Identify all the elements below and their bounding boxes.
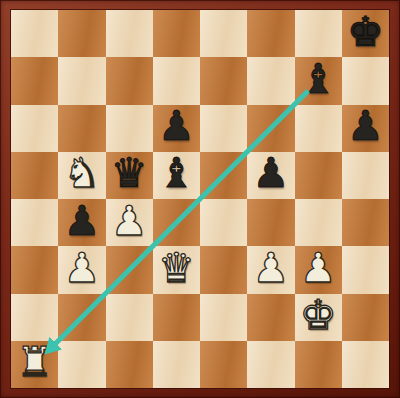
square-b7[interactable] (58, 57, 105, 104)
square-a6[interactable] (11, 105, 58, 152)
square-c7[interactable] (106, 57, 153, 104)
square-d6[interactable]: ♟ (153, 105, 200, 152)
white-pawn-f3[interactable]: ♟ (247, 246, 294, 293)
square-b6[interactable] (58, 105, 105, 152)
square-g2[interactable]: ♚ (295, 294, 342, 341)
square-d8[interactable] (153, 10, 200, 57)
square-f7[interactable] (247, 57, 294, 104)
square-c1[interactable] (106, 341, 153, 388)
black-pawn-b4[interactable]: ♟ (58, 199, 105, 246)
square-h3[interactable] (342, 246, 389, 293)
square-d1[interactable] (153, 341, 200, 388)
square-c5[interactable]: ♛ (106, 152, 153, 199)
black-queen-c5[interactable]: ♛ (106, 152, 153, 199)
square-h1[interactable] (342, 341, 389, 388)
square-g7[interactable]: ♝ (295, 57, 342, 104)
white-pawn-b3[interactable]: ♟ (58, 246, 105, 293)
chess-app: ♚♝♟♟♞♛♝♟♟♟♟♛♟♟♚♜ (0, 0, 400, 398)
square-d4[interactable] (153, 199, 200, 246)
square-d2[interactable] (153, 294, 200, 341)
white-queen-d3[interactable]: ♛ (153, 246, 200, 293)
square-e5[interactable] (200, 152, 247, 199)
square-g8[interactable] (295, 10, 342, 57)
square-h7[interactable] (342, 57, 389, 104)
white-rook-a1[interactable]: ♜ (11, 341, 58, 388)
square-c6[interactable] (106, 105, 153, 152)
square-b4[interactable]: ♟ (58, 199, 105, 246)
square-f3[interactable]: ♟ (247, 246, 294, 293)
square-f6[interactable] (247, 105, 294, 152)
square-g4[interactable] (295, 199, 342, 246)
square-f1[interactable] (247, 341, 294, 388)
square-d7[interactable] (153, 57, 200, 104)
square-c8[interactable] (106, 10, 153, 57)
square-a2[interactable] (11, 294, 58, 341)
square-h6[interactable]: ♟ (342, 105, 389, 152)
square-c3[interactable] (106, 246, 153, 293)
square-c4[interactable]: ♟ (106, 199, 153, 246)
white-king-g2[interactable]: ♚ (295, 294, 342, 341)
square-g1[interactable] (295, 341, 342, 388)
square-e7[interactable] (200, 57, 247, 104)
square-e6[interactable] (200, 105, 247, 152)
square-f4[interactable] (247, 199, 294, 246)
black-king-h8[interactable]: ♚ (342, 10, 389, 57)
square-b8[interactable] (58, 10, 105, 57)
chess-board[interactable]: ♚♝♟♟♞♛♝♟♟♟♟♛♟♟♚♜ (11, 10, 389, 388)
square-f2[interactable] (247, 294, 294, 341)
square-e4[interactable] (200, 199, 247, 246)
square-g3[interactable]: ♟ (295, 246, 342, 293)
square-a5[interactable] (11, 152, 58, 199)
white-pawn-g3[interactable]: ♟ (295, 246, 342, 293)
square-e3[interactable] (200, 246, 247, 293)
black-pawn-d6[interactable]: ♟ (153, 105, 200, 152)
square-a1[interactable]: ♜ (11, 341, 58, 388)
square-d5[interactable]: ♝ (153, 152, 200, 199)
square-a7[interactable] (11, 57, 58, 104)
square-c2[interactable] (106, 294, 153, 341)
black-bishop-d5[interactable]: ♝ (153, 152, 200, 199)
square-d3[interactable]: ♛ (153, 246, 200, 293)
square-a3[interactable] (11, 246, 58, 293)
square-b5[interactable]: ♞ (58, 152, 105, 199)
square-e1[interactable] (200, 341, 247, 388)
square-e8[interactable] (200, 10, 247, 57)
square-b1[interactable] (58, 341, 105, 388)
square-b2[interactable] (58, 294, 105, 341)
square-f8[interactable] (247, 10, 294, 57)
black-pawn-h6[interactable]: ♟ (342, 105, 389, 152)
square-g6[interactable] (295, 105, 342, 152)
square-h2[interactable] (342, 294, 389, 341)
black-pawn-f5[interactable]: ♟ (247, 152, 294, 199)
square-h5[interactable] (342, 152, 389, 199)
white-knight-b5[interactable]: ♞ (58, 152, 105, 199)
square-a4[interactable] (11, 199, 58, 246)
black-bishop-g7[interactable]: ♝ (295, 57, 342, 104)
square-f5[interactable]: ♟ (247, 152, 294, 199)
white-pawn-c4[interactable]: ♟ (106, 199, 153, 246)
square-g5[interactable] (295, 152, 342, 199)
square-a8[interactable] (11, 10, 58, 57)
square-b3[interactable]: ♟ (58, 246, 105, 293)
square-h4[interactable] (342, 199, 389, 246)
square-h8[interactable]: ♚ (342, 10, 389, 57)
square-e2[interactable] (200, 294, 247, 341)
